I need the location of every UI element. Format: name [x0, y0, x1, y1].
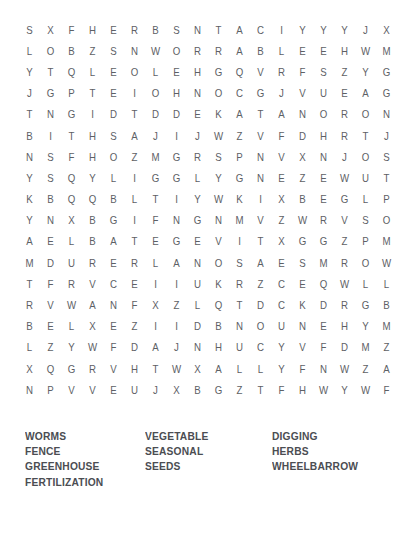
grid-cell-r1c7[interactable]: B: [146, 19, 164, 40]
grid-cell-r13c10[interactable]: K: [209, 273, 227, 294]
grid-cell-r10c17[interactable]: S: [356, 210, 374, 231]
grid-cell-r3c17[interactable]: Y: [356, 61, 374, 82]
grid-cell-r18c4[interactable]: V: [83, 379, 101, 400]
grid-cell-r17c6[interactable]: H: [125, 358, 143, 379]
grid-cell-r14c2[interactable]: V: [41, 294, 59, 315]
grid-cell-r16c8[interactable]: J: [167, 337, 185, 358]
grid-cell-r6c1[interactable]: B: [20, 125, 38, 146]
grid-cell-r8c12[interactable]: N: [251, 167, 269, 188]
grid-cell-r5c3[interactable]: G: [62, 104, 80, 125]
grid-cell-r2c16[interactable]: H: [335, 40, 353, 61]
grid-cell-r5c12[interactable]: T: [251, 104, 269, 125]
grid-cell-r12c6[interactable]: R: [125, 252, 143, 273]
grid-cell-r2c18[interactable]: M: [377, 40, 395, 61]
grid-cell-r3c10[interactable]: G: [209, 61, 227, 82]
grid-cell-r7c10[interactable]: S: [209, 146, 227, 167]
grid-cell-r6c4[interactable]: H: [83, 125, 101, 146]
grid-cell-r15c17[interactable]: Y: [356, 316, 374, 337]
grid-cell-r11c7[interactable]: E: [146, 231, 164, 252]
grid-cell-r16c5[interactable]: F: [104, 337, 122, 358]
grid-cell-r6c18[interactable]: J: [377, 125, 395, 146]
grid-cell-r3c5[interactable]: E: [104, 61, 122, 82]
grid-cell-r14c12[interactable]: D: [251, 294, 269, 315]
grid-cell-r6c3[interactable]: T: [62, 125, 80, 146]
grid-cell-r18c7[interactable]: J: [146, 379, 164, 400]
grid-cell-r8c4[interactable]: Y: [83, 167, 101, 188]
grid-cell-r18c15[interactable]: W: [314, 379, 332, 400]
grid-cell-r4c14[interactable]: V: [293, 83, 311, 104]
grid-cell-r10c7[interactable]: F: [146, 210, 164, 231]
grid-cell-r2c12[interactable]: B: [251, 40, 269, 61]
grid-cell-r2c2[interactable]: O: [41, 40, 59, 61]
grid-cell-r15c14[interactable]: N: [293, 316, 311, 337]
grid-cell-r3c12[interactable]: V: [251, 61, 269, 82]
grid-cell-r11c17[interactable]: P: [356, 231, 374, 252]
grid-cell-r12c1[interactable]: M: [20, 252, 38, 273]
grid-cell-r7c1[interactable]: N: [20, 146, 38, 167]
grid-cell-r7c15[interactable]: N: [314, 146, 332, 167]
grid-cell-r6c14[interactable]: D: [293, 125, 311, 146]
grid-cell-r1c17[interactable]: J: [356, 19, 374, 40]
grid-cell-r15c18[interactable]: M: [377, 316, 395, 337]
grid-cell-r1c16[interactable]: Y: [335, 19, 353, 40]
grid-cell-r1c14[interactable]: Y: [293, 19, 311, 40]
grid-cell-r3c6[interactable]: O: [125, 61, 143, 82]
grid-cell-r13c12[interactable]: Z: [251, 273, 269, 294]
grid-cell-r18c16[interactable]: Y: [335, 379, 353, 400]
grid-cell-r7c3[interactable]: F: [62, 146, 80, 167]
grid-cell-r7c4[interactable]: H: [83, 146, 101, 167]
grid-cell-r2c5[interactable]: S: [104, 40, 122, 61]
grid-cell-r1c12[interactable]: C: [251, 19, 269, 40]
grid-cell-r15c8[interactable]: I: [167, 316, 185, 337]
grid-cell-r12c8[interactable]: A: [167, 252, 185, 273]
grid-cell-r2c3[interactable]: B: [62, 40, 80, 61]
grid-cell-r16c11[interactable]: U: [230, 337, 248, 358]
grid-cell-r6c7[interactable]: J: [146, 125, 164, 146]
grid-cell-r6c8[interactable]: I: [167, 125, 185, 146]
grid-cell-r7c13[interactable]: V: [272, 146, 290, 167]
grid-cell-r9c1[interactable]: K: [20, 189, 38, 210]
grid-cell-r12c17[interactable]: O: [356, 252, 374, 273]
grid-cell-r16c4[interactable]: W: [83, 337, 101, 358]
grid-cell-r4c17[interactable]: A: [356, 83, 374, 104]
grid-cell-r15c7[interactable]: I: [146, 316, 164, 337]
grid-cell-r10c1[interactable]: Y: [20, 210, 38, 231]
grid-cell-r6c17[interactable]: T: [356, 125, 374, 146]
grid-cell-r10c9[interactable]: G: [188, 210, 206, 231]
grid-cell-r3c3[interactable]: Q: [62, 61, 80, 82]
grid-cell-r3c2[interactable]: T: [41, 61, 59, 82]
grid-cell-r1c1[interactable]: S: [20, 19, 38, 40]
grid-cell-r14c1[interactable]: R: [20, 294, 38, 315]
grid-cell-r8c15[interactable]: E: [314, 167, 332, 188]
grid-cell-r8c5[interactable]: L: [104, 167, 122, 188]
grid-cell-r16c6[interactable]: D: [125, 337, 143, 358]
grid-cell-r5c4[interactable]: I: [83, 104, 101, 125]
grid-cell-r12c12[interactable]: A: [251, 252, 269, 273]
grid-cell-r5c11[interactable]: A: [230, 104, 248, 125]
grid-cell-r5c10[interactable]: K: [209, 104, 227, 125]
grid-cell-r13c9[interactable]: U: [188, 273, 206, 294]
grid-cell-r18c13[interactable]: F: [272, 379, 290, 400]
grid-cell-r14c15[interactable]: D: [314, 294, 332, 315]
grid-cell-r13c8[interactable]: I: [167, 273, 185, 294]
grid-cell-r14c7[interactable]: X: [146, 294, 164, 315]
grid-cell-r17c16[interactable]: W: [335, 358, 353, 379]
grid-cell-r10c10[interactable]: N: [209, 210, 227, 231]
grid-cell-r8c16[interactable]: W: [335, 167, 353, 188]
grid-cell-r9c7[interactable]: T: [146, 189, 164, 210]
grid-cell-r14c4[interactable]: A: [83, 294, 101, 315]
grid-cell-r5c7[interactable]: D: [146, 104, 164, 125]
grid-cell-r1c9[interactable]: N: [188, 19, 206, 40]
grid-cell-r12c7[interactable]: L: [146, 252, 164, 273]
grid-cell-r10c11[interactable]: M: [230, 210, 248, 231]
grid-cell-r11c13[interactable]: X: [272, 231, 290, 252]
grid-cell-r9c15[interactable]: E: [314, 189, 332, 210]
grid-cell-r10c3[interactable]: X: [62, 210, 80, 231]
grid-cell-r1c13[interactable]: I: [272, 19, 290, 40]
grid-cell-r5c6[interactable]: T: [125, 104, 143, 125]
grid-cell-r3c15[interactable]: S: [314, 61, 332, 82]
grid-cell-r5c5[interactable]: D: [104, 104, 122, 125]
grid-cell-r10c14[interactable]: W: [293, 210, 311, 231]
grid-cell-r10c13[interactable]: Z: [272, 210, 290, 231]
grid-cell-r10c6[interactable]: I: [125, 210, 143, 231]
grid-cell-r18c17[interactable]: W: [356, 379, 374, 400]
grid-cell-r18c18[interactable]: F: [377, 379, 395, 400]
grid-cell-r11c1[interactable]: A: [20, 231, 38, 252]
grid-cell-r7c17[interactable]: O: [356, 146, 374, 167]
grid-cell-r17c13[interactable]: Y: [272, 358, 290, 379]
grid-cell-r8c9[interactable]: L: [188, 167, 206, 188]
grid-cell-r12c14[interactable]: S: [293, 252, 311, 273]
grid-cell-r3c4[interactable]: L: [83, 61, 101, 82]
grid-cell-r5c17[interactable]: O: [356, 104, 374, 125]
grid-cell-r9c5[interactable]: B: [104, 189, 122, 210]
grid-cell-r4c6[interactable]: I: [125, 83, 143, 104]
grid-cell-r11c4[interactable]: B: [83, 231, 101, 252]
grid-cell-r18c10[interactable]: G: [209, 379, 227, 400]
grid-cell-r11c2[interactable]: E: [41, 231, 59, 252]
grid-cell-r8c7[interactable]: G: [146, 167, 164, 188]
grid-cell-r13c18[interactable]: L: [377, 273, 395, 294]
grid-cell-r13c3[interactable]: R: [62, 273, 80, 294]
grid-cell-r14c8[interactable]: Z: [167, 294, 185, 315]
grid-cell-r9c13[interactable]: X: [272, 189, 290, 210]
grid-cell-r11c15[interactable]: G: [314, 231, 332, 252]
grid-cell-r12c2[interactable]: D: [41, 252, 59, 273]
grid-cell-r6c10[interactable]: W: [209, 125, 227, 146]
grid-cell-r5c18[interactable]: N: [377, 104, 395, 125]
grid-cell-r1c11[interactable]: A: [230, 19, 248, 40]
grid-cell-r1c15[interactable]: Y: [314, 19, 332, 40]
grid-cell-r15c13[interactable]: U: [272, 316, 290, 337]
grid-cell-r12c15[interactable]: M: [314, 252, 332, 273]
grid-cell-r4c18[interactable]: G: [377, 83, 395, 104]
grid-cell-r17c3[interactable]: G: [62, 358, 80, 379]
grid-cell-r14c14[interactable]: K: [293, 294, 311, 315]
grid-cell-r13c11[interactable]: R: [230, 273, 248, 294]
grid-cell-r5c14[interactable]: N: [293, 104, 311, 125]
grid-cell-r16c3[interactable]: Y: [62, 337, 80, 358]
grid-cell-r4c9[interactable]: N: [188, 83, 206, 104]
grid-cell-r7c8[interactable]: G: [167, 146, 185, 167]
grid-cell-r17c7[interactable]: T: [146, 358, 164, 379]
grid-cell-r14c16[interactable]: R: [335, 294, 353, 315]
grid-cell-r10c12[interactable]: V: [251, 210, 269, 231]
grid-cell-r18c11[interactable]: Z: [230, 379, 248, 400]
grid-cell-r9c9[interactable]: Y: [188, 189, 206, 210]
grid-cell-r18c3[interactable]: V: [62, 379, 80, 400]
grid-cell-r13c2[interactable]: F: [41, 273, 59, 294]
grid-cell-r12c11[interactable]: S: [230, 252, 248, 273]
grid-cell-r2c11[interactable]: A: [230, 40, 248, 61]
grid-cell-r9c18[interactable]: P: [377, 189, 395, 210]
grid-cell-r2c1[interactable]: L: [20, 40, 38, 61]
grid-cell-r16c9[interactable]: N: [188, 337, 206, 358]
grid-cell-r6c16[interactable]: R: [335, 125, 353, 146]
grid-cell-r13c7[interactable]: I: [146, 273, 164, 294]
grid-cell-r15c12[interactable]: O: [251, 316, 269, 337]
grid-cell-r3c8[interactable]: E: [167, 61, 185, 82]
grid-cell-r11c10[interactable]: V: [209, 231, 227, 252]
grid-cell-r8c3[interactable]: Q: [62, 167, 80, 188]
grid-cell-r10c2[interactable]: N: [41, 210, 59, 231]
grid-cell-r12c16[interactable]: R: [335, 252, 353, 273]
grid-cell-r14c13[interactable]: C: [272, 294, 290, 315]
grid-cell-r17c1[interactable]: X: [20, 358, 38, 379]
grid-cell-r16c1[interactable]: L: [20, 337, 38, 358]
grid-cell-r9c6[interactable]: L: [125, 189, 143, 210]
grid-cell-r5c8[interactable]: D: [167, 104, 185, 125]
grid-cell-r6c12[interactable]: V: [251, 125, 269, 146]
grid-cell-r6c15[interactable]: H: [314, 125, 332, 146]
grid-cell-r2c6[interactable]: N: [125, 40, 143, 61]
grid-cell-r15c3[interactable]: L: [62, 316, 80, 337]
grid-cell-r8c10[interactable]: Y: [209, 167, 227, 188]
grid-cell-r16c16[interactable]: D: [335, 337, 353, 358]
grid-cell-r12c18[interactable]: W: [377, 252, 395, 273]
grid-cell-r4c8[interactable]: H: [167, 83, 185, 104]
grid-cell-r15c6[interactable]: Z: [125, 316, 143, 337]
grid-cell-r17c18[interactable]: A: [377, 358, 395, 379]
grid-cell-r15c9[interactable]: D: [188, 316, 206, 337]
grid-cell-r4c7[interactable]: O: [146, 83, 164, 104]
grid-cell-r9c3[interactable]: Q: [62, 189, 80, 210]
grid-cell-r18c5[interactable]: E: [104, 379, 122, 400]
grid-cell-r18c8[interactable]: X: [167, 379, 185, 400]
grid-cell-r5c16[interactable]: R: [335, 104, 353, 125]
grid-cell-r11c16[interactable]: Z: [335, 231, 353, 252]
grid-cell-r7c16[interactable]: J: [335, 146, 353, 167]
grid-cell-r18c12[interactable]: T: [251, 379, 269, 400]
grid-cell-r18c6[interactable]: U: [125, 379, 143, 400]
grid-cell-r1c2[interactable]: X: [41, 19, 59, 40]
grid-cell-r2c14[interactable]: E: [293, 40, 311, 61]
grid-cell-r17c15[interactable]: N: [314, 358, 332, 379]
grid-cell-r3c18[interactable]: G: [377, 61, 395, 82]
grid-cell-r5c9[interactable]: E: [188, 104, 206, 125]
grid-cell-r6c13[interactable]: F: [272, 125, 290, 146]
grid-cell-r8c17[interactable]: U: [356, 167, 374, 188]
grid-cell-r14c18[interactable]: B: [377, 294, 395, 315]
grid-cell-r3c1[interactable]: Y: [20, 61, 38, 82]
grid-cell-r10c8[interactable]: N: [167, 210, 185, 231]
grid-cell-r15c16[interactable]: H: [335, 316, 353, 337]
grid-cell-r4c10[interactable]: O: [209, 83, 227, 104]
grid-cell-r6c9[interactable]: J: [188, 125, 206, 146]
grid-cell-r9c11[interactable]: K: [230, 189, 248, 210]
grid-cell-r11c11[interactable]: I: [230, 231, 248, 252]
grid-cell-r8c6[interactable]: I: [125, 167, 143, 188]
grid-cell-r13c6[interactable]: E: [125, 273, 143, 294]
grid-cell-r14c9[interactable]: L: [188, 294, 206, 315]
grid-cell-r1c3[interactable]: F: [62, 19, 80, 40]
grid-cell-r16c12[interactable]: C: [251, 337, 269, 358]
grid-cell-r17c2[interactable]: Q: [41, 358, 59, 379]
grid-cell-r13c17[interactable]: L: [356, 273, 374, 294]
grid-cell-r16c14[interactable]: V: [293, 337, 311, 358]
grid-cell-r9c17[interactable]: L: [356, 189, 374, 210]
grid-cell-r3c14[interactable]: F: [293, 61, 311, 82]
grid-cell-r4c15[interactable]: U: [314, 83, 332, 104]
grid-cell-r1c5[interactable]: E: [104, 19, 122, 40]
grid-cell-r9c4[interactable]: Q: [83, 189, 101, 210]
grid-cell-r11c5[interactable]: A: [104, 231, 122, 252]
grid-cell-r3c11[interactable]: Q: [230, 61, 248, 82]
grid-cell-r7c9[interactable]: R: [188, 146, 206, 167]
grid-cell-r10c16[interactable]: V: [335, 210, 353, 231]
grid-cell-r15c5[interactable]: E: [104, 316, 122, 337]
grid-cell-r10c15[interactable]: R: [314, 210, 332, 231]
grid-cell-r17c14[interactable]: F: [293, 358, 311, 379]
grid-cell-r5c1[interactable]: T: [20, 104, 38, 125]
grid-cell-r18c14[interactable]: H: [293, 379, 311, 400]
grid-cell-r3c16[interactable]: Z: [335, 61, 353, 82]
grid-cell-r15c11[interactable]: N: [230, 316, 248, 337]
grid-cell-r2c4[interactable]: Z: [83, 40, 101, 61]
grid-cell-r4c13[interactable]: J: [272, 83, 290, 104]
grid-cell-r5c13[interactable]: A: [272, 104, 290, 125]
grid-cell-r9c12[interactable]: I: [251, 189, 269, 210]
grid-cell-r1c6[interactable]: R: [125, 19, 143, 40]
grid-cell-r16c17[interactable]: M: [356, 337, 374, 358]
grid-cell-r12c5[interactable]: E: [104, 252, 122, 273]
grid-cell-r7c18[interactable]: S: [377, 146, 395, 167]
grid-cell-r11c14[interactable]: G: [293, 231, 311, 252]
grid-cell-r1c18[interactable]: X: [377, 19, 395, 40]
grid-cell-r4c16[interactable]: E: [335, 83, 353, 104]
grid-cell-r7c5[interactable]: O: [104, 146, 122, 167]
grid-cell-r4c2[interactable]: G: [41, 83, 59, 104]
grid-cell-r11c9[interactable]: E: [188, 231, 206, 252]
grid-cell-r13c13[interactable]: C: [272, 273, 290, 294]
grid-cell-r9c16[interactable]: G: [335, 189, 353, 210]
grid-cell-r17c4[interactable]: R: [83, 358, 101, 379]
grid-cell-r8c14[interactable]: Z: [293, 167, 311, 188]
grid-cell-r6c6[interactable]: A: [125, 125, 143, 146]
grid-cell-r6c5[interactable]: S: [104, 125, 122, 146]
grid-cell-r17c5[interactable]: V: [104, 358, 122, 379]
grid-cell-r8c8[interactable]: G: [167, 167, 185, 188]
grid-cell-r1c4[interactable]: H: [83, 19, 101, 40]
grid-cell-r3c9[interactable]: H: [188, 61, 206, 82]
grid-cell-r13c1[interactable]: T: [20, 273, 38, 294]
grid-cell-r4c12[interactable]: G: [251, 83, 269, 104]
grid-cell-r18c2[interactable]: P: [41, 379, 59, 400]
grid-cell-r15c15[interactable]: E: [314, 316, 332, 337]
grid-cell-r16c7[interactable]: A: [146, 337, 164, 358]
grid-cell-r8c2[interactable]: S: [41, 167, 59, 188]
grid-cell-r3c7[interactable]: L: [146, 61, 164, 82]
grid-cell-r1c10[interactable]: T: [209, 19, 227, 40]
grid-cell-r8c13[interactable]: E: [272, 167, 290, 188]
grid-cell-r17c12[interactable]: L: [251, 358, 269, 379]
grid-cell-r11c12[interactable]: T: [251, 231, 269, 252]
grid-cell-r12c13[interactable]: E: [272, 252, 290, 273]
grid-cell-r1c8[interactable]: S: [167, 19, 185, 40]
grid-cell-r15c10[interactable]: B: [209, 316, 227, 337]
grid-cell-r9c10[interactable]: W: [209, 189, 227, 210]
grid-cell-r2c10[interactable]: R: [209, 40, 227, 61]
grid-cell-r17c9[interactable]: X: [188, 358, 206, 379]
grid-cell-r7c6[interactable]: Z: [125, 146, 143, 167]
grid-cell-r11c18[interactable]: M: [377, 231, 395, 252]
grid-cell-r6c2[interactable]: I: [41, 125, 59, 146]
grid-cell-r10c4[interactable]: B: [83, 210, 101, 231]
grid-cell-r5c15[interactable]: O: [314, 104, 332, 125]
grid-cell-r14c17[interactable]: G: [356, 294, 374, 315]
grid-cell-r8c1[interactable]: Y: [20, 167, 38, 188]
grid-cell-r9c14[interactable]: B: [293, 189, 311, 210]
grid-cell-r7c2[interactable]: S: [41, 146, 59, 167]
grid-cell-r14c6[interactable]: F: [125, 294, 143, 315]
grid-cell-r2c15[interactable]: E: [314, 40, 332, 61]
grid-cell-r17c8[interactable]: W: [167, 358, 185, 379]
grid-cell-r3c13[interactable]: R: [272, 61, 290, 82]
grid-cell-r12c9[interactable]: N: [188, 252, 206, 273]
grid-cell-r9c2[interactable]: B: [41, 189, 59, 210]
grid-cell-r16c10[interactable]: H: [209, 337, 227, 358]
grid-cell-r11c8[interactable]: G: [167, 231, 185, 252]
grid-cell-r7c11[interactable]: P: [230, 146, 248, 167]
grid-cell-r16c2[interactable]: Z: [41, 337, 59, 358]
grid-cell-r14c10[interactable]: Q: [209, 294, 227, 315]
grid-cell-r7c14[interactable]: X: [293, 146, 311, 167]
grid-cell-r5c2[interactable]: N: [41, 104, 59, 125]
grid-cell-r4c11[interactable]: C: [230, 83, 248, 104]
grid-cell-r15c1[interactable]: B: [20, 316, 38, 337]
grid-cell-r18c1[interactable]: N: [20, 379, 38, 400]
grid-cell-r8c18[interactable]: T: [377, 167, 395, 188]
grid-cell-r14c5[interactable]: N: [104, 294, 122, 315]
grid-cell-r12c4[interactable]: R: [83, 252, 101, 273]
grid-cell-r14c11[interactable]: T: [230, 294, 248, 315]
grid-cell-r2c13[interactable]: L: [272, 40, 290, 61]
grid-cell-r16c15[interactable]: F: [314, 337, 332, 358]
grid-cell-r18c9[interactable]: B: [188, 379, 206, 400]
grid-cell-r17c17[interactable]: Z: [356, 358, 374, 379]
grid-cell-r17c11[interactable]: L: [230, 358, 248, 379]
grid-cell-r13c4[interactable]: V: [83, 273, 101, 294]
grid-cell-r8c11[interactable]: G: [230, 167, 248, 188]
grid-cell-r2c8[interactable]: O: [167, 40, 185, 61]
grid-cell-r10c5[interactable]: G: [104, 210, 122, 231]
grid-cell-r6c11[interactable]: Z: [230, 125, 248, 146]
grid-cell-r7c7[interactable]: M: [146, 146, 164, 167]
